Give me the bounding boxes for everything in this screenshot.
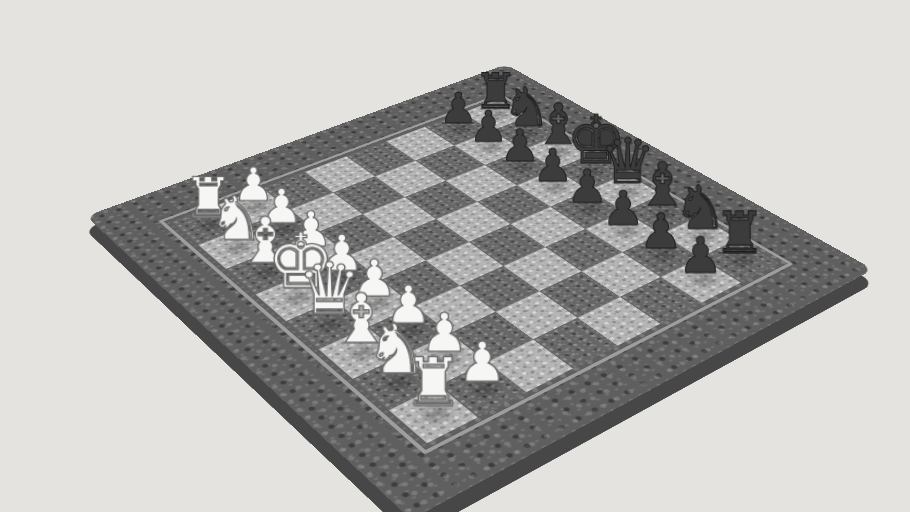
chessboard[interactable]: ♜♟♟♜♞♟♟♞♝♟♟♝♚♟♟♚♛♟♟♛♝♟♟♝♞♟♟♞♜♟♟♜	[86, 64, 873, 512]
square-f4[interactable]	[460, 266, 540, 312]
chess-scene: ♜♟♟♜♞♟♟♞♝♟♟♝♚♟♟♚♛♟♟♛♝♟♟♝♞♟♟♞♜♟♟♜	[0, 0, 910, 512]
piece-white-rook-h1[interactable]: ♜	[401, 350, 464, 414]
render-canvas: ♜♟♟♜♞♟♟♞♝♟♟♝♚♟♟♚♛♟♟♛♝♟♟♝♞♟♟♞♜♟♟♜	[0, 0, 910, 512]
piece-black-pawn-h7[interactable]: ♟	[673, 232, 729, 279]
board-frame: ♜♟♟♜♞♟♟♞♝♟♟♝♚♟♟♚♛♟♟♛♝♟♟♝♞♟♟♞♜♟♟♜	[158, 94, 793, 455]
board-grid: ♜♟♟♜♞♟♟♞♝♟♟♝♚♟♟♚♛♟♟♛♝♟♟♝♞♟♟♞♜♟♟♜	[172, 99, 779, 443]
square-h1[interactable]: ♜	[389, 386, 478, 444]
